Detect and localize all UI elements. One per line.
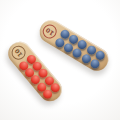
board-blue: 10 [36, 16, 113, 75]
scene: 10 10 [0, 0, 120, 120]
peg-grid-red [15, 50, 67, 105]
stamp-label: 10 [14, 47, 24, 57]
stamp-label: 10 [45, 26, 55, 36]
peg-grid-blue [50, 25, 112, 75]
